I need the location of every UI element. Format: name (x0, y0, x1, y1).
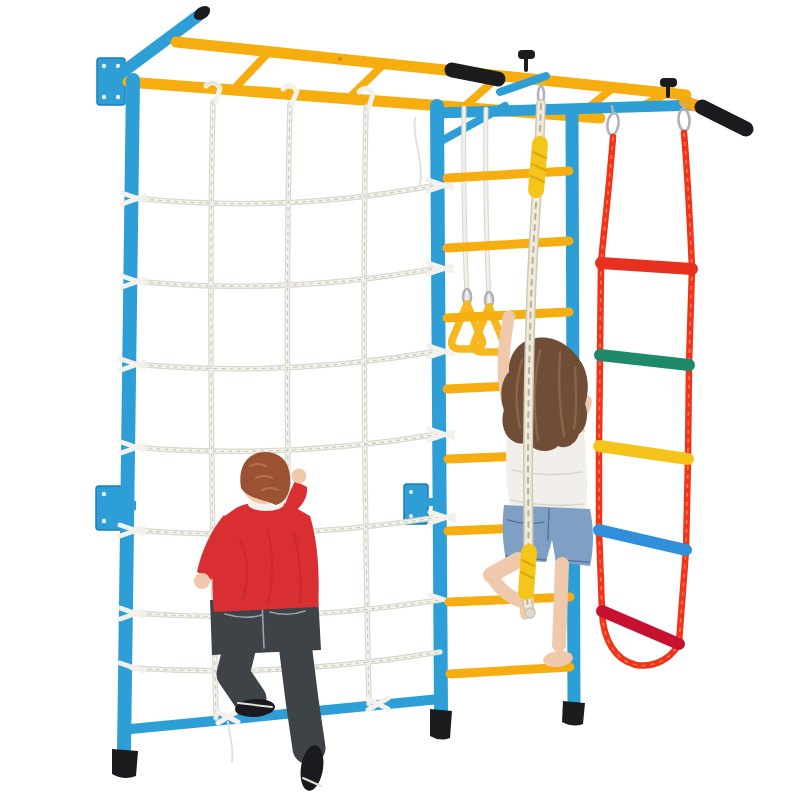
rope-ladder-rung-yellow (599, 446, 688, 459)
left-post-foot (112, 749, 138, 778)
rope-ladder-rung-blue (599, 530, 686, 550)
right-rail-foot (562, 701, 585, 726)
rope-ladder-rung-green (600, 355, 689, 365)
left-post (124, 80, 133, 752)
boy-right-hand (292, 469, 307, 484)
boy-sweater (212, 502, 318, 612)
foam-grip-end (702, 107, 746, 129)
boy-left-hand (194, 573, 210, 589)
middle-post (437, 106, 441, 712)
girl-right-hand (503, 311, 516, 324)
rope-ladder (599, 104, 692, 666)
rope-ladder-rung-dark-red (602, 611, 679, 644)
adjustment-knob (518, 50, 535, 70)
boy-jeans-legs (233, 636, 309, 748)
foam-grip-horizontal (452, 70, 498, 79)
ladder-rung (233, 53, 268, 90)
middle-post-foot (430, 709, 452, 740)
rope-end-knot (525, 608, 535, 618)
bottom-net-bar (131, 699, 440, 729)
ladder-rung-8 (450, 667, 570, 674)
rope-ladder-rung-red (601, 263, 692, 269)
jungle-gym-illustration (0, 0, 800, 800)
product-photo-stage (0, 0, 800, 800)
rope-grip-bottom (526, 552, 529, 592)
